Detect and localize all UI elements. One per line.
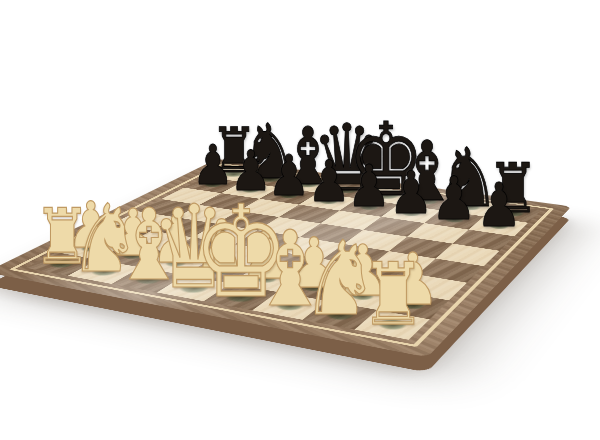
piece-white-rook-h1: ♜	[360, 251, 426, 337]
piece-black-pawn-f7: ♟	[389, 164, 434, 223]
piece-black-pawn-g7: ♟	[432, 169, 477, 229]
piece-black-pawn-h7: ♟	[476, 175, 522, 236]
pieces-layer: ♜♞♝♛♚♝♞♜♟♟♟♟♟♟♟♟♟♟♟♟♟♟♟♟♜♞♝♛♚♝♞♜	[0, 0, 600, 440]
chess-set-photo: ♜♞♝♛♚♝♞♜♟♟♟♟♟♟♟♟♟♟♟♟♟♟♟♟♜♞♝♛♚♝♞♜	[0, 0, 600, 440]
piece-black-pawn-e7: ♟	[347, 158, 391, 216]
piece-black-pawn-d7: ♟	[307, 153, 351, 210]
